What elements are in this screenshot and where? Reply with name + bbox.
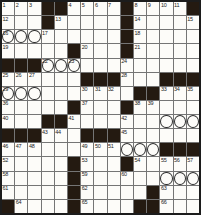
cell-r11c6[interactable]: 53 [81,157,93,170]
cell-r10c11[interactable] [147,143,159,156]
black-square-r3c5 [68,44,80,57]
black-square-r12c5 [68,172,80,185]
circle-marker [55,59,67,72]
cell-r8c11[interactable] [147,115,159,128]
cell-r13c7[interactable] [94,186,106,199]
cell-r6c4[interactable] [55,87,67,100]
cell-r12c8[interactable] [108,172,120,185]
cell-r1c7[interactable] [94,16,106,29]
cell-r3c4[interactable] [55,44,67,57]
black-square-r13c5 [68,186,80,199]
clue-number: 33 [161,87,167,93]
cell-r13c6[interactable]: 62 [81,186,93,199]
cell-r11c7[interactable] [94,157,106,170]
cell-r9c5[interactable] [68,129,80,142]
clue-number: 4 [68,2,71,8]
cell-r13c9[interactable] [121,186,133,199]
circle-marker [160,115,172,128]
cell-r10c0[interactable]: 46 [2,143,14,156]
cell-r2c1[interactable] [15,30,27,43]
cell-r9c11[interactable] [147,129,159,142]
cell-r2c6[interactable] [81,30,93,43]
black-square-r0c14 [187,2,199,15]
cell-r13c10[interactable] [134,186,146,199]
cell-r8c2[interactable] [28,115,40,128]
cell-r7c13[interactable] [174,101,186,114]
cell-r1c14[interactable]: 15 [187,16,199,29]
cell-r4c6[interactable] [81,59,93,72]
clue-number: 1 [3,2,6,8]
clue-number: 49 [82,143,88,149]
circle-marker [68,59,80,72]
cell-r11c4[interactable] [55,157,67,170]
cell-r3c6[interactable]: 20 [81,44,93,57]
clue-number: 6 [95,2,98,8]
clue-number: 10 [161,2,167,8]
black-square-r11c9 [121,157,133,170]
cell-r13c14[interactable] [187,186,199,199]
cell-r1c1[interactable] [15,16,27,29]
cell-r14c8[interactable] [108,200,120,213]
cell-r10c4[interactable] [55,143,67,156]
clue-number: 57 [187,157,193,163]
cell-r11c13[interactable]: 56 [174,157,186,170]
cell-r4c14[interactable] [187,59,199,72]
black-square-r5c14 [187,73,199,86]
cell-r2c5[interactable] [68,30,80,43]
clue-number: 62 [82,186,88,192]
cell-r1c10[interactable]: 14 [134,16,146,29]
cell-r12c10[interactable] [134,172,146,185]
cell-r0c12[interactable]: 10 [160,2,172,15]
cell-r5c5[interactable] [68,73,80,86]
cell-r10c1[interactable]: 47 [15,143,27,156]
clue-number: 43 [42,129,48,135]
cell-r2c2[interactable] [28,30,40,43]
cell-r3c12[interactable] [160,44,172,57]
cell-r13c1[interactable] [15,186,27,199]
circle-marker [187,115,199,128]
cell-r3c7[interactable] [94,44,106,57]
clue-number: 38 [134,101,140,107]
clue-number: 48 [29,143,35,149]
clue-number: 11 [174,2,179,8]
cell-r1c13[interactable] [174,16,186,29]
cell-r6c3[interactable] [42,87,54,100]
cell-r9c3[interactable]: 43 [42,129,54,142]
clue-number: 53 [82,157,88,163]
circle-marker [15,30,27,43]
cell-r1c2[interactable] [28,16,40,29]
clue-number: 65 [82,200,88,206]
clue-number: 18 [134,30,140,36]
clue-number: 47 [16,143,22,149]
cell-r13c3[interactable] [42,186,54,199]
cell-r1c4[interactable]: 13 [55,16,67,29]
cell-r4c13[interactable] [174,59,186,72]
cell-r0c2[interactable]: 3 [28,2,40,15]
cell-r7c1[interactable] [15,101,27,114]
cell-r5c2[interactable]: 27 [28,73,40,86]
circle-marker [15,87,27,100]
clue-number: 54 [134,157,140,163]
cell-r6c2[interactable] [28,87,40,100]
cell-r13c12[interactable]: 63 [160,186,172,199]
cell-r8c9[interactable]: 42 [121,115,133,128]
clue-number: 2 [16,2,19,8]
cell-r0c10[interactable]: 8 [134,2,146,15]
cell-r14c2[interactable] [28,200,40,213]
black-square-r10c14 [187,143,199,156]
cell-r3c8[interactable] [108,44,120,57]
cell-r2c8[interactable] [108,30,120,43]
black-square-r0c4 [55,2,67,15]
clue-number: 32 [108,87,114,93]
black-square-r5c7 [94,73,106,86]
black-square-r7c5 [68,101,80,114]
cell-r14c9[interactable] [121,200,133,213]
clue-number: 63 [161,186,167,192]
cell-r5c1[interactable]: 26 [15,73,27,86]
cell-r7c11[interactable]: 39 [147,101,159,114]
cell-r4c9[interactable]: 24 [121,59,133,72]
cell-r10c9[interactable] [121,143,133,156]
black-square-r13c11 [147,186,159,199]
circle-marker [2,30,14,43]
cell-r7c6[interactable]: 37 [81,101,93,114]
black-square-r2c9 [121,30,133,43]
cell-r6c8[interactable]: 32 [108,87,120,100]
cell-r12c7[interactable] [94,172,106,185]
clue-number: 31 [95,87,101,93]
cell-r3c3[interactable] [42,44,54,57]
cell-r4c11[interactable] [147,59,159,72]
cell-r1c8[interactable] [108,16,120,29]
cell-r6c12[interactable]: 33 [160,87,172,100]
cell-r7c4[interactable] [55,101,67,114]
cell-r7c0[interactable]: 36 [2,101,14,114]
black-square-r4c1 [15,59,27,72]
cell-r7c3[interactable] [42,101,54,114]
cell-r0c0[interactable]: 1 [2,2,14,15]
cell-r10c2[interactable]: 48 [28,143,40,156]
black-square-r14c10 [134,200,146,213]
clue-number: 59 [82,172,88,178]
black-square-r1c3 [42,16,54,29]
clue-number: 42 [121,115,127,121]
cell-r12c9[interactable]: 60 [121,172,133,185]
cell-r12c12[interactable] [160,172,172,185]
clue-number: 34 [174,87,180,93]
cell-r1c12[interactable] [160,16,172,29]
cell-r2c0[interactable]: 16 [2,30,14,43]
cell-r4c4[interactable] [55,59,67,72]
cell-r5c9[interactable]: 28 [121,73,133,86]
cell-r10c5[interactable] [68,143,80,156]
clue-number: 25 [3,73,9,79]
circle-marker [174,172,186,185]
clue-number: 7 [108,2,111,8]
cell-r14c14[interactable] [187,200,199,213]
cell-r6c7[interactable]: 31 [94,87,106,100]
clue-number: 36 [3,101,9,107]
clue-number: 24 [121,59,127,65]
black-square-r14c5 [68,200,80,213]
cell-r7c2[interactable] [28,101,40,114]
cell-r8c0[interactable]: 40 [2,115,14,128]
clue-number: 8 [134,2,137,8]
cell-r1c11[interactable] [147,16,159,29]
circle-marker [121,143,133,156]
cell-r10c7[interactable]: 50 [94,143,106,156]
black-square-r0c3 [42,2,54,15]
cell-r7c12[interactable] [160,101,172,114]
clue-number: 19 [3,44,9,50]
clue-number: 61 [3,186,9,192]
cell-r10c8[interactable]: 51 [108,143,120,156]
cell-r3c1[interactable] [15,44,27,57]
cell-r4c7[interactable] [94,59,106,72]
cell-r14c12[interactable]: 66 [160,200,172,213]
cell-r6c13[interactable]: 34 [174,87,186,100]
clue-number: 12 [3,16,9,22]
cell-r6c5[interactable] [68,87,80,100]
black-square-r14c0 [2,200,14,213]
cell-r3c11[interactable] [147,44,159,57]
black-square-r5c13 [174,73,186,86]
clue-number: 60 [121,172,127,178]
black-square-r6c10 [134,87,146,100]
cell-r12c13[interactable] [174,172,186,185]
clue-number: 41 [68,115,74,121]
cell-r9c10[interactable] [134,129,146,142]
circle-marker [147,143,159,156]
cell-r0c5[interactable]: 4 [68,2,80,15]
cell-r12c6[interactable]: 59 [81,172,93,185]
cell-r9c4[interactable]: 44 [55,129,67,142]
cell-r14c4[interactable] [55,200,67,213]
clue-number: 28 [121,73,127,79]
cell-r11c3[interactable] [42,157,54,170]
cell-r12c1[interactable] [15,172,27,185]
cell-r5c4[interactable] [55,73,67,86]
clue-number: 35 [187,87,193,93]
black-square-r9c0 [2,129,14,142]
cell-r4c3[interactable]: 22 [42,59,54,72]
black-square-r8c4 [55,115,67,128]
cell-r13c13[interactable] [174,186,186,199]
cell-r2c3[interactable]: 17 [42,30,54,43]
clue-number: 20 [82,44,88,50]
cell-r9c12[interactable] [160,129,172,142]
clue-number: 26 [16,73,22,79]
cell-r12c2[interactable] [28,172,40,185]
cell-r8c1[interactable] [15,115,27,128]
cell-r2c14[interactable] [187,30,199,43]
crossword-grid: 1234567891011121314151617181920212223242… [0,0,201,215]
cell-r8c8[interactable] [108,115,120,128]
clue-number: 21 [134,44,140,50]
black-square-r10c12 [160,143,172,156]
cell-r12c3[interactable] [42,172,54,185]
cell-r7c10[interactable]: 38 [134,101,146,114]
cell-r13c0[interactable]: 61 [2,186,14,199]
cell-r2c4[interactable] [55,30,67,43]
clue-number: 30 [82,87,88,93]
cell-r0c7[interactable]: 6 [94,2,106,15]
cell-r4c12[interactable] [160,59,172,72]
clue-number: 44 [55,129,61,135]
cell-r6c0[interactable]: 29 [2,87,14,100]
clue-number: 27 [29,73,35,79]
cell-r4c10[interactable] [134,59,146,72]
circle-marker [28,87,40,100]
cell-r5c11[interactable] [147,73,159,86]
cell-r2c10[interactable]: 18 [134,30,146,43]
cell-r6c6[interactable]: 30 [81,87,93,100]
cell-r8c6[interactable] [81,115,93,128]
cell-r2c13[interactable] [174,30,186,43]
cell-r7c7[interactable] [94,101,106,114]
circle-marker [134,143,146,156]
cell-r10c10[interactable] [134,143,146,156]
cell-r3c0[interactable]: 19 [2,44,14,57]
cell-r12c14[interactable] [187,172,199,185]
black-square-r7c9 [121,101,133,114]
clue-number: 5 [82,2,85,8]
cell-r5c3[interactable] [42,73,54,86]
cell-r8c10[interactable] [134,115,146,128]
cell-r14c13[interactable] [174,200,186,213]
cell-r13c4[interactable] [55,186,67,199]
clue-number: 3 [29,2,32,8]
circle-marker [160,172,172,185]
cell-r8c13[interactable] [174,115,186,128]
cell-r12c11[interactable] [147,172,159,185]
clue-number: 46 [3,143,9,149]
cell-r14c7[interactable] [94,200,106,213]
cell-r0c1[interactable]: 2 [15,2,27,15]
cell-r3c10[interactable]: 21 [134,44,146,57]
cell-r4c8[interactable] [108,59,120,72]
cell-r7c8[interactable] [108,101,120,114]
clue-number: 13 [55,16,61,22]
black-square-r14c11 [147,200,159,213]
cell-r11c0[interactable]: 52 [2,157,14,170]
cell-r8c12[interactable] [160,115,172,128]
cell-r1c0[interactable]: 12 [2,16,14,29]
circle-marker [174,115,186,128]
black-square-r4c2 [28,59,40,72]
cell-r3c2[interactable] [28,44,40,57]
clue-number: 37 [82,101,88,107]
black-square-r4c0 [2,59,14,72]
black-square-r9c2 [28,129,40,142]
cell-r11c2[interactable] [28,157,40,170]
cell-r0c8[interactable]: 7 [108,2,120,15]
cell-r1c6[interactable] [81,16,93,29]
cell-r2c7[interactable] [94,30,106,43]
cell-r12c4[interactable] [55,172,67,185]
black-square-r5c8 [108,73,120,86]
circle-marker [28,30,40,43]
cell-r1c5[interactable] [68,16,80,29]
cell-r8c5[interactable]: 41 [68,115,80,128]
clue-number: 52 [3,157,9,163]
clue-number: 56 [174,157,180,163]
black-square-r6c11 [147,87,159,100]
cell-r6c14[interactable]: 35 [187,87,199,100]
cell-r7c14[interactable] [187,101,199,114]
cell-r9c13[interactable] [174,129,186,142]
clue-number: 66 [161,200,167,206]
cell-r4c5[interactable]: 23 [68,59,80,72]
clue-number: 64 [16,200,22,206]
clue-number: 9 [148,2,151,8]
black-square-r1c9 [121,16,133,29]
cell-r14c6[interactable]: 65 [81,200,93,213]
cell-r3c14[interactable] [187,44,199,57]
cell-r11c14[interactable]: 57 [187,157,199,170]
circle-marker [2,87,14,100]
cell-r3c13[interactable] [174,44,186,57]
black-square-r9c8 [108,129,120,142]
crossword-puzzle: 1234567891011121314151617181920212223242… [0,0,201,215]
black-square-r5c6 [81,73,93,86]
cell-r11c11[interactable] [147,157,159,170]
cell-r5c10[interactable] [134,73,146,86]
cell-r8c14[interactable] [187,115,199,128]
cell-r0c13[interactable]: 11 [174,2,186,15]
cell-r8c7[interactable] [94,115,106,128]
cell-r10c3[interactable] [42,143,54,156]
black-square-r10c13 [174,143,186,156]
cell-r11c10[interactable]: 54 [134,157,146,170]
clue-number: 58 [3,172,9,178]
cell-r5c0[interactable]: 25 [2,73,14,86]
cell-r6c9[interactable] [121,87,133,100]
cell-r14c1[interactable]: 64 [15,200,27,213]
clue-number: 17 [42,30,48,36]
cell-r14c3[interactable] [42,200,54,213]
circle-marker [187,172,199,185]
cell-r0c6[interactable]: 5 [81,2,93,15]
cell-r6c1[interactable] [15,87,27,100]
cell-r11c1[interactable] [15,157,27,170]
black-square-r9c1 [15,129,27,142]
cell-r0c11[interactable]: 9 [147,2,159,15]
cell-r2c11[interactable] [147,30,159,43]
black-square-r0c9 [121,2,133,15]
cell-r13c2[interactable] [28,186,40,199]
cell-r11c12[interactable]: 55 [160,157,172,170]
cell-r9c9[interactable]: 45 [121,129,133,142]
cell-r9c14[interactable] [187,129,199,142]
cell-r12c0[interactable]: 58 [2,172,14,185]
black-square-r3c9 [121,44,133,57]
cell-r10c6[interactable]: 49 [81,143,93,156]
clue-number: 50 [95,143,101,149]
clue-number: 39 [148,101,154,107]
black-square-r11c5 [68,157,80,170]
clue-number: 45 [121,129,127,135]
clue-number: 55 [161,157,167,163]
cell-r11c8[interactable] [108,157,120,170]
cell-r2c12[interactable] [160,30,172,43]
black-square-r9c6 [81,129,93,142]
black-square-r8c3 [42,115,54,128]
cell-r13c8[interactable] [108,186,120,199]
